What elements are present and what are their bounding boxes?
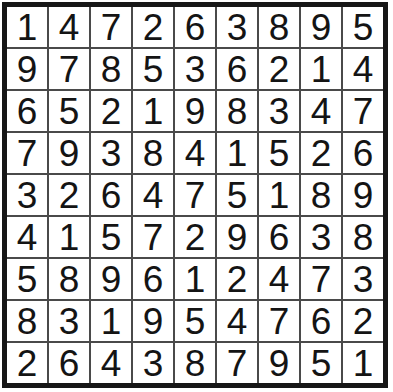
grid-cell-r2c5: 3	[175, 49, 215, 89]
grid-cell-r3c2: 5	[49, 91, 89, 131]
grid-cell-r6c7: 6	[259, 217, 299, 257]
grid-cell-r9c8: 5	[301, 343, 341, 383]
grid-cell-r9c9: 1	[343, 343, 383, 383]
grid-cell-r5c1: 3	[7, 175, 47, 215]
grid-cell-r1c1: 1	[7, 7, 47, 47]
grid-cell-r6c9: 8	[343, 217, 383, 257]
grid-cell-r3c4: 1	[133, 91, 173, 131]
grid-cell-r5c4: 4	[133, 175, 173, 215]
grid-cell-r8c8: 6	[301, 301, 341, 341]
grid-cell-r1c8: 9	[301, 7, 341, 47]
grid-cell-r8c4: 9	[133, 301, 173, 341]
grid-cell-r8c3: 1	[91, 301, 131, 341]
grid-cell-r7c8: 7	[301, 259, 341, 299]
grid-cell-r4c5: 4	[175, 133, 215, 173]
grid-cell-r1c2: 4	[49, 7, 89, 47]
grid-cell-r1c3: 7	[91, 7, 131, 47]
grid-cell-r2c7: 2	[259, 49, 299, 89]
grid-cell-r4c4: 8	[133, 133, 173, 173]
grid-cell-r7c4: 6	[133, 259, 173, 299]
grid-cell-r8c7: 7	[259, 301, 299, 341]
grid-cell-r5c2: 2	[49, 175, 89, 215]
grid-cell-r3c7: 3	[259, 91, 299, 131]
grid-cell-r6c1: 4	[7, 217, 47, 257]
grid-cell-r6c2: 1	[49, 217, 89, 257]
grid-cell-r2c8: 1	[301, 49, 341, 89]
grid-cell-r2c6: 6	[217, 49, 257, 89]
grid-cell-r3c9: 7	[343, 91, 383, 131]
grid-cell-r8c5: 5	[175, 301, 215, 341]
grid-cell-r1c9: 5	[343, 7, 383, 47]
grid-cell-r5c6: 5	[217, 175, 257, 215]
grid-cell-r7c7: 4	[259, 259, 299, 299]
grid-cell-r5c8: 8	[301, 175, 341, 215]
grid-cell-r6c5: 2	[175, 217, 215, 257]
grid-cell-r1c7: 8	[259, 7, 299, 47]
grid-cell-r8c1: 8	[7, 301, 47, 341]
grid-cell-r4c9: 6	[343, 133, 383, 173]
grid-cell-r4c6: 1	[217, 133, 257, 173]
grid-cell-r9c6: 7	[217, 343, 257, 383]
grid-cell-r4c7: 5	[259, 133, 299, 173]
grid-cell-r2c1: 9	[7, 49, 47, 89]
grid-cell-r9c3: 4	[91, 343, 131, 383]
puzzle-board-container: 1472638959785362146521983477938415263264…	[2, 2, 388, 388]
grid-cell-r9c2: 6	[49, 343, 89, 383]
grid-cell-r5c9: 9	[343, 175, 383, 215]
grid-cell-r3c5: 9	[175, 91, 215, 131]
grid-cell-r4c1: 7	[7, 133, 47, 173]
grid-cell-r5c5: 7	[175, 175, 215, 215]
grid-cell-r7c6: 2	[217, 259, 257, 299]
grid-cell-r8c9: 2	[343, 301, 383, 341]
grid-cell-r1c5: 6	[175, 7, 215, 47]
grid-cell-r7c1: 5	[7, 259, 47, 299]
grid-cell-r7c2: 8	[49, 259, 89, 299]
grid-cell-r3c8: 4	[301, 91, 341, 131]
grid-cell-r9c4: 3	[133, 343, 173, 383]
grid-cell-r4c3: 3	[91, 133, 131, 173]
grid-cell-r7c5: 1	[175, 259, 215, 299]
grid-cell-r9c5: 8	[175, 343, 215, 383]
grid-cell-r9c1: 2	[7, 343, 47, 383]
grid-cell-r2c9: 4	[343, 49, 383, 89]
grid-cell-r2c3: 8	[91, 49, 131, 89]
grid-cell-r6c6: 9	[217, 217, 257, 257]
grid-cell-r4c8: 2	[301, 133, 341, 173]
grid-cell-r6c8: 3	[301, 217, 341, 257]
grid-cell-r5c3: 6	[91, 175, 131, 215]
grid-cell-r1c6: 3	[217, 7, 257, 47]
grid-cell-r2c4: 5	[133, 49, 173, 89]
grid-cell-r1c4: 2	[133, 7, 173, 47]
grid-cell-r6c4: 7	[133, 217, 173, 257]
grid-cell-r8c6: 4	[217, 301, 257, 341]
grid-cell-r5c7: 1	[259, 175, 299, 215]
puzzle-grid: 1472638959785362146521983477938415263264…	[2, 2, 388, 388]
grid-cell-r3c6: 8	[217, 91, 257, 131]
grid-cell-r8c2: 3	[49, 301, 89, 341]
grid-cell-r3c1: 6	[7, 91, 47, 131]
grid-cell-r4c2: 9	[49, 133, 89, 173]
grid-cell-r6c3: 5	[91, 217, 131, 257]
grid-cell-r7c3: 9	[91, 259, 131, 299]
grid-cell-r7c9: 3	[343, 259, 383, 299]
grid-cell-r9c7: 9	[259, 343, 299, 383]
grid-cell-r3c3: 2	[91, 91, 131, 131]
grid-cell-r2c2: 7	[49, 49, 89, 89]
